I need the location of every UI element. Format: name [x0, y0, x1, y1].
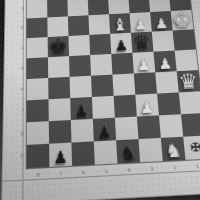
piece-black-king: ♚ — [47, 22, 69, 57]
coord-left-g: g — [11, 122, 24, 145]
coord-left-b: b — [12, 19, 24, 39]
coord-left-d: d — [11, 58, 23, 79]
piece-white-pawn: ♟ — [134, 78, 159, 116]
chess-board: ♝♟♟♚♚♟♛♟♟♛♟♟♟♟♞♞✠ 87654321abcdefgh — [1, 0, 200, 200]
piece-black-pawn: ♟ — [49, 126, 72, 167]
piece-black-knight: ♞ — [115, 123, 140, 163]
piece-white-knight: ♞ — [159, 121, 185, 161]
piece-black-pawn: ♟ — [92, 102, 116, 141]
coord-left-f: f — [11, 101, 24, 124]
piece-black-pawn: ♟ — [70, 82, 93, 120]
coord-left-e: e — [11, 79, 23, 101]
piece-white-queen: ♛ — [175, 55, 200, 92]
coord-left-c: c — [12, 38, 24, 59]
corner-cross-ornament-icon: ✠ — [183, 136, 200, 160]
pieces-layer: ♝♟♟♚♚♟♛♟♟♛♟♟♟♟♞♞✠ — [27, 0, 200, 168]
coord-left-a: a — [12, 0, 24, 19]
piece-black-queen: ♛ — [130, 18, 154, 53]
coord-left-h: h — [11, 145, 24, 169]
photo-scene: ♝♟♟♚♚♟♛♟♟♛♟♟♟♟♞♞✠ 87654321abcdefgh — [0, 0, 200, 200]
piece-white-pawn: ♟ — [152, 36, 176, 72]
coord-bottom-1: 1 — [186, 164, 200, 170]
piece-white-bishop: ♝ — [108, 0, 131, 34]
piece-white-pawn: ♟ — [129, 0, 152, 33]
piece-black-pawn: ♟ — [109, 19, 132, 54]
piece-white-pawn: ♟ — [149, 0, 173, 32]
piece-white-pawn: ♟ — [131, 37, 155, 73]
piece-white-king: ♚ — [169, 0, 193, 31]
